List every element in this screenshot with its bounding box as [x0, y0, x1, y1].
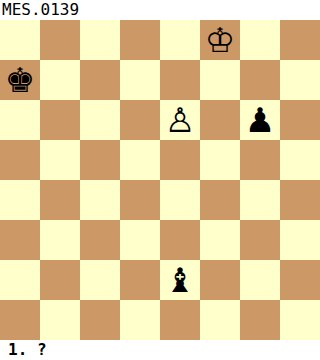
- square-c5[interactable]: [80, 140, 120, 180]
- square-b7[interactable]: [40, 60, 80, 100]
- white-pawn: ♙: [165, 100, 195, 140]
- square-h5[interactable]: [280, 140, 320, 180]
- square-g3[interactable]: [240, 220, 280, 260]
- square-h3[interactable]: [280, 220, 320, 260]
- square-g8[interactable]: [240, 20, 280, 60]
- square-e4[interactable]: [160, 180, 200, 220]
- square-a6[interactable]: [0, 100, 40, 140]
- square-c6[interactable]: [80, 100, 120, 140]
- square-g5[interactable]: [240, 140, 280, 180]
- black-king: ♚: [5, 60, 35, 100]
- square-f6[interactable]: [200, 100, 240, 140]
- square-d2[interactable]: [120, 260, 160, 300]
- square-f8[interactable]: ♔: [200, 20, 240, 60]
- square-c7[interactable]: [80, 60, 120, 100]
- square-d5[interactable]: [120, 140, 160, 180]
- square-e2[interactable]: ♝: [160, 260, 200, 300]
- black-bishop: ♝: [165, 260, 195, 300]
- square-f1[interactable]: [200, 300, 240, 340]
- square-d6[interactable]: [120, 100, 160, 140]
- square-h8[interactable]: [280, 20, 320, 60]
- square-b5[interactable]: [40, 140, 80, 180]
- square-c4[interactable]: [80, 180, 120, 220]
- square-b1[interactable]: [40, 300, 80, 340]
- square-e1[interactable]: [160, 300, 200, 340]
- square-c8[interactable]: [80, 20, 120, 60]
- square-e8[interactable]: [160, 20, 200, 60]
- square-e6[interactable]: ♙: [160, 100, 200, 140]
- square-a4[interactable]: [0, 180, 40, 220]
- square-d1[interactable]: [120, 300, 160, 340]
- square-a3[interactable]: [0, 220, 40, 260]
- square-b2[interactable]: [40, 260, 80, 300]
- square-c2[interactable]: [80, 260, 120, 300]
- square-g6[interactable]: ♟: [240, 100, 280, 140]
- square-c1[interactable]: [80, 300, 120, 340]
- square-d3[interactable]: [120, 220, 160, 260]
- diagram-id: MES.0139: [0, 0, 320, 20]
- square-c3[interactable]: [80, 220, 120, 260]
- move-prompt: 1. ?: [0, 340, 320, 360]
- square-a2[interactable]: [0, 260, 40, 300]
- square-h4[interactable]: [280, 180, 320, 220]
- square-b4[interactable]: [40, 180, 80, 220]
- square-d8[interactable]: [120, 20, 160, 60]
- square-h1[interactable]: [280, 300, 320, 340]
- square-g7[interactable]: [240, 60, 280, 100]
- square-g2[interactable]: [240, 260, 280, 300]
- square-b8[interactable]: [40, 20, 80, 60]
- square-a5[interactable]: [0, 140, 40, 180]
- square-f5[interactable]: [200, 140, 240, 180]
- black-pawn: ♟: [245, 100, 275, 140]
- square-f4[interactable]: [200, 180, 240, 220]
- square-f3[interactable]: [200, 220, 240, 260]
- square-d7[interactable]: [120, 60, 160, 100]
- chess-board: ♔♚♙♟♝: [0, 20, 320, 340]
- white-king: ♔: [205, 20, 235, 60]
- square-f7[interactable]: [200, 60, 240, 100]
- square-g1[interactable]: [240, 300, 280, 340]
- square-d4[interactable]: [120, 180, 160, 220]
- square-a1[interactable]: [0, 300, 40, 340]
- square-b3[interactable]: [40, 220, 80, 260]
- square-h7[interactable]: [280, 60, 320, 100]
- square-e5[interactable]: [160, 140, 200, 180]
- square-e7[interactable]: [160, 60, 200, 100]
- square-e3[interactable]: [160, 220, 200, 260]
- square-a8[interactable]: [0, 20, 40, 60]
- square-f2[interactable]: [200, 260, 240, 300]
- square-a7[interactable]: ♚: [0, 60, 40, 100]
- square-g4[interactable]: [240, 180, 280, 220]
- square-h6[interactable]: [280, 100, 320, 140]
- square-h2[interactable]: [280, 260, 320, 300]
- square-b6[interactable]: [40, 100, 80, 140]
